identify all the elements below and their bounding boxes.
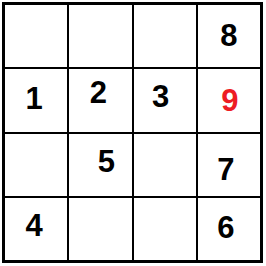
cell-value: 8 (220, 20, 237, 51)
cell-value: 7 (217, 154, 234, 185)
grid-cell-r1c3[interactable] (134, 5, 196, 67)
grid-cell-r1c4[interactable]: 8 (198, 5, 260, 67)
grid-cell-r4c3[interactable] (134, 198, 196, 260)
grid-cell-r3c1[interactable] (5, 134, 67, 196)
grid-cell-r3c2[interactable]: 5 (69, 134, 131, 196)
grid-cell-r2c4-highlighted[interactable]: 9 (198, 69, 260, 131)
grid-cell-r4c1[interactable]: 4 (5, 198, 67, 260)
grid-cell-r1c1[interactable] (5, 5, 67, 67)
cell-value: 3 (152, 81, 169, 112)
grid-cell-r3c4[interactable]: 7 (198, 134, 260, 196)
grid-cell-r2c3[interactable]: 3 (134, 69, 196, 131)
cell-value: 4 (26, 210, 43, 241)
puzzle-canvas: 8 1 2 3 9 5 7 4 6 (0, 0, 266, 266)
grid-cell-r2c2[interactable]: 2 (69, 69, 131, 131)
puzzle-grid: 8 1 2 3 9 5 7 4 6 (2, 2, 263, 263)
cell-value: 5 (98, 146, 115, 177)
grid-cell-r4c4[interactable]: 6 (198, 198, 260, 260)
cell-value: 6 (217, 212, 234, 243)
grid-cell-r3c3[interactable] (134, 134, 196, 196)
grid-cell-r2c1[interactable]: 1 (5, 69, 67, 131)
cell-value: 2 (90, 77, 107, 108)
grid-cell-r4c2[interactable] (69, 198, 131, 260)
grid-cell-r1c2[interactable] (69, 5, 131, 67)
cell-value: 1 (26, 83, 43, 114)
cell-value-highlighted: 9 (221, 85, 238, 116)
